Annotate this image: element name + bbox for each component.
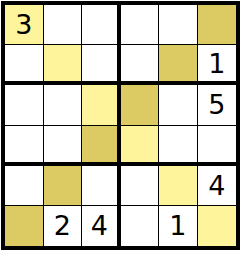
cell-r4c1[interactable]	[5, 126, 44, 166]
cell-r1c4[interactable]	[121, 5, 160, 45]
cell-r4c3[interactable]	[82, 126, 121, 166]
cell-r5c6[interactable]: 4	[198, 166, 237, 206]
cell-r6c2[interactable]: 2	[44, 206, 83, 246]
cell-r2c6[interactable]: 1	[198, 45, 237, 85]
cell-r6c4[interactable]	[121, 206, 160, 246]
cell-r6c3[interactable]: 4	[82, 206, 121, 246]
cell-r3c2[interactable]	[44, 85, 83, 125]
cell-r1c3[interactable]	[82, 5, 121, 45]
cell-r3c6[interactable]: 5	[198, 85, 237, 125]
cell-r3c5[interactable]	[159, 85, 198, 125]
cell-r2c5[interactable]	[159, 45, 198, 85]
cell-r1c2[interactable]	[44, 5, 83, 45]
cell-r2c4[interactable]	[121, 45, 160, 85]
cell-r4c2[interactable]	[44, 126, 83, 166]
cell-r1c5[interactable]	[159, 5, 198, 45]
cell-r4c6[interactable]	[198, 126, 237, 166]
cell-r3c1[interactable]	[5, 85, 44, 125]
cell-r6c1[interactable]	[5, 206, 44, 246]
cell-r1c1[interactable]: 3	[5, 5, 44, 45]
cell-r3c4[interactable]	[121, 85, 160, 125]
sudoku-board: 3154241	[1, 1, 240, 250]
cell-r5c1[interactable]	[5, 166, 44, 206]
cell-r4c5[interactable]	[159, 126, 198, 166]
cell-r2c2[interactable]	[44, 45, 83, 85]
cell-r4c4[interactable]	[121, 126, 160, 166]
cell-r6c6[interactable]	[198, 206, 237, 246]
cell-r5c4[interactable]	[121, 166, 160, 206]
cell-r2c3[interactable]	[82, 45, 121, 85]
cell-r3c3[interactable]	[82, 85, 121, 125]
cell-r6c5[interactable]: 1	[159, 206, 198, 246]
cell-r5c5[interactable]	[159, 166, 198, 206]
cell-r5c3[interactable]	[82, 166, 121, 206]
cell-r1c6[interactable]	[198, 5, 237, 45]
cell-r5c2[interactable]	[44, 166, 83, 206]
cell-r2c1[interactable]	[5, 45, 44, 85]
